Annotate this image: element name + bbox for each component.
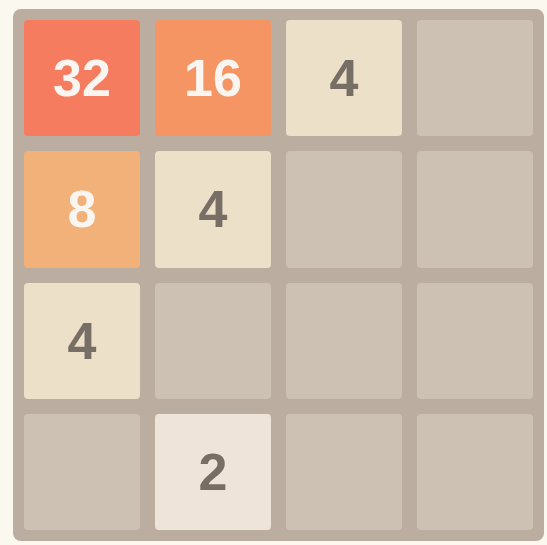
empty-cell-r4c1 [24,414,140,530]
tile-r3c1-4: 4 [24,283,140,399]
empty-cell-r3c2 [155,283,271,399]
empty-cell-r3c4 [417,283,533,399]
empty-cell-r2c4 [417,151,533,267]
tile-r2c1-8: 8 [24,151,140,267]
tile-r4c2-2: 2 [155,414,271,530]
empty-cell-r4c4 [417,414,533,530]
tile-r2c2-4: 4 [155,151,271,267]
board-2048[interactable]: 32 16 4 8 4 4 2 [13,9,544,541]
empty-cell-r1c4 [417,20,533,136]
tile-r1c3-4: 4 [286,20,402,136]
tile-r1c2-16: 16 [155,20,271,136]
page-background: 32 16 4 8 4 4 2 [0,0,547,545]
tile-r1c1-32: 32 [24,20,140,136]
empty-cell-r4c3 [286,414,402,530]
empty-cell-r3c3 [286,283,402,399]
empty-cell-r2c3 [286,151,402,267]
